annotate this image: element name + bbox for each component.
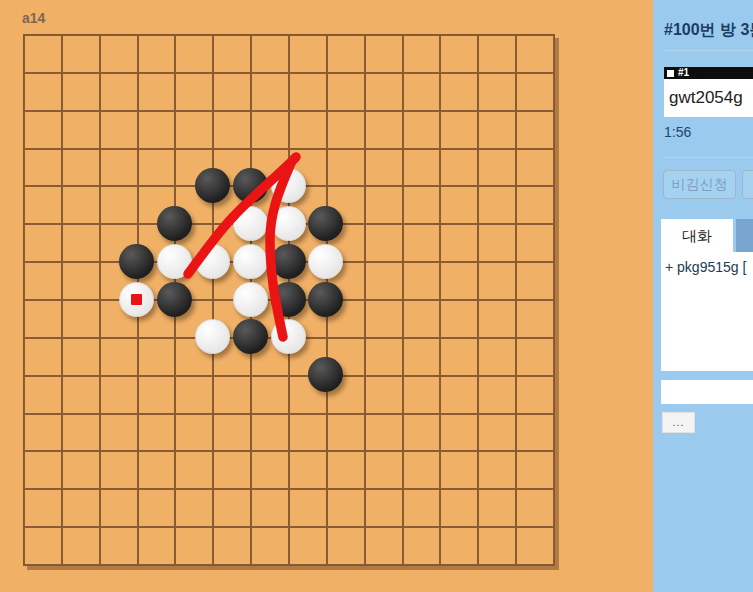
board-cell[interactable] bbox=[478, 111, 516, 149]
board-cell[interactable] bbox=[365, 149, 403, 187]
board-cell[interactable] bbox=[327, 73, 365, 111]
board-cell[interactable] bbox=[478, 149, 516, 187]
board-cell[interactable] bbox=[213, 489, 251, 527]
divider bbox=[664, 50, 753, 51]
board-cell[interactable] bbox=[516, 111, 554, 149]
board-cell[interactable] bbox=[516, 262, 554, 300]
board-cell[interactable] bbox=[327, 149, 365, 187]
board-cell[interactable] bbox=[138, 451, 176, 489]
board-cell[interactable] bbox=[440, 451, 478, 489]
board-cell[interactable] bbox=[478, 527, 516, 565]
board-cell[interactable] bbox=[24, 338, 62, 376]
board-cell[interactable] bbox=[365, 224, 403, 262]
board-cell[interactable] bbox=[440, 338, 478, 376]
board-cell[interactable] bbox=[100, 376, 138, 414]
board-cell[interactable] bbox=[365, 489, 403, 527]
board-cell[interactable] bbox=[289, 451, 327, 489]
stone-color-icon bbox=[667, 70, 674, 77]
board-cell[interactable] bbox=[100, 300, 138, 338]
chat-message-panel[interactable]: + pkg9515g [ bbox=[661, 252, 753, 371]
board-cell[interactable] bbox=[251, 414, 289, 452]
board-cell[interactable] bbox=[100, 186, 138, 224]
board-cell[interactable] bbox=[175, 186, 213, 224]
board-cell[interactable] bbox=[138, 414, 176, 452]
board-cell[interactable] bbox=[403, 262, 441, 300]
board-cell[interactable] bbox=[251, 300, 289, 338]
board-cell[interactable] bbox=[327, 35, 365, 73]
board-cell[interactable] bbox=[365, 262, 403, 300]
board-cell[interactable] bbox=[403, 527, 441, 565]
board-cell[interactable] bbox=[62, 338, 100, 376]
board-cell[interactable] bbox=[213, 111, 251, 149]
board-cell[interactable] bbox=[478, 73, 516, 111]
more-options-button[interactable]: ... bbox=[662, 412, 695, 433]
board-cell[interactable] bbox=[251, 111, 289, 149]
board-cell[interactable] bbox=[138, 376, 176, 414]
room-title: #100번 방 3분 bbox=[664, 20, 753, 41]
board-cell[interactable] bbox=[440, 489, 478, 527]
board-cell[interactable] bbox=[440, 149, 478, 187]
board-cell[interactable] bbox=[62, 111, 100, 149]
board-cell[interactable] bbox=[516, 489, 554, 527]
board-cell[interactable] bbox=[403, 35, 441, 73]
board-cell[interactable] bbox=[403, 224, 441, 262]
board-cell[interactable] bbox=[100, 262, 138, 300]
board-cell[interactable] bbox=[289, 414, 327, 452]
board-cell[interactable] bbox=[24, 300, 62, 338]
board-cell[interactable] bbox=[100, 35, 138, 73]
board-cell[interactable] bbox=[327, 111, 365, 149]
board-cell[interactable] bbox=[289, 149, 327, 187]
board-cell[interactable] bbox=[138, 300, 176, 338]
board-cell[interactable] bbox=[365, 35, 403, 73]
board-cell[interactable] bbox=[478, 489, 516, 527]
board-cell[interactable] bbox=[365, 338, 403, 376]
board-cell[interactable] bbox=[516, 451, 554, 489]
board-cell[interactable] bbox=[440, 376, 478, 414]
board-cell[interactable] bbox=[478, 262, 516, 300]
board-cell[interactable] bbox=[327, 300, 365, 338]
board-cell[interactable] bbox=[289, 300, 327, 338]
board-cell[interactable] bbox=[289, 489, 327, 527]
board-cell[interactable] bbox=[175, 35, 213, 73]
board-cell[interactable] bbox=[327, 376, 365, 414]
board-cell[interactable] bbox=[213, 73, 251, 111]
board-cell[interactable] bbox=[289, 527, 327, 565]
board-cell[interactable] bbox=[175, 376, 213, 414]
board-cell[interactable] bbox=[251, 35, 289, 73]
board-cell[interactable] bbox=[175, 262, 213, 300]
board-cell[interactable] bbox=[24, 149, 62, 187]
board-cell[interactable] bbox=[327, 186, 365, 224]
board-cell[interactable] bbox=[403, 300, 441, 338]
board-cell[interactable] bbox=[327, 489, 365, 527]
board-cell[interactable] bbox=[251, 73, 289, 111]
board-cell[interactable] bbox=[138, 186, 176, 224]
board-cell[interactable] bbox=[403, 414, 441, 452]
board-cell[interactable] bbox=[138, 111, 176, 149]
board-cell[interactable] bbox=[365, 186, 403, 224]
board-cell[interactable] bbox=[365, 414, 403, 452]
board-cell[interactable] bbox=[100, 451, 138, 489]
board-cell[interactable] bbox=[440, 300, 478, 338]
board-cell[interactable] bbox=[365, 111, 403, 149]
board-cell[interactable] bbox=[403, 338, 441, 376]
board-cell[interactable] bbox=[138, 224, 176, 262]
tab-second-clipped[interactable] bbox=[736, 219, 753, 252]
seat-number: #1 bbox=[678, 68, 689, 78]
player-name: gwt2054g bbox=[664, 88, 743, 108]
board-cell[interactable] bbox=[440, 414, 478, 452]
board-cell[interactable] bbox=[175, 451, 213, 489]
board-cell[interactable] bbox=[62, 262, 100, 300]
board-cell[interactable] bbox=[24, 262, 62, 300]
board-cell[interactable] bbox=[289, 186, 327, 224]
board-cell[interactable] bbox=[213, 35, 251, 73]
board-cell[interactable] bbox=[478, 414, 516, 452]
board-cell[interactable] bbox=[175, 527, 213, 565]
board-cell[interactable] bbox=[62, 300, 100, 338]
board-cell[interactable] bbox=[516, 376, 554, 414]
board-cell[interactable] bbox=[175, 73, 213, 111]
board-cell[interactable] bbox=[24, 451, 62, 489]
board-cell[interactable] bbox=[100, 338, 138, 376]
board-cell[interactable] bbox=[100, 73, 138, 111]
board-cell[interactable] bbox=[62, 186, 100, 224]
board-cell[interactable] bbox=[403, 73, 441, 111]
board-cell[interactable] bbox=[327, 527, 365, 565]
board-cell[interactable] bbox=[251, 376, 289, 414]
board-cell[interactable] bbox=[24, 527, 62, 565]
board-cell[interactable] bbox=[62, 489, 100, 527]
board-cell[interactable] bbox=[365, 300, 403, 338]
board-cell[interactable] bbox=[289, 224, 327, 262]
board-cell[interactable] bbox=[365, 527, 403, 565]
board-cell[interactable] bbox=[440, 224, 478, 262]
board-cell[interactable] bbox=[403, 111, 441, 149]
draw-offer-button[interactable]: 비김신청 bbox=[663, 170, 736, 199]
board-cell[interactable] bbox=[175, 111, 213, 149]
board-cell[interactable] bbox=[440, 111, 478, 149]
board-cell[interactable] bbox=[516, 149, 554, 187]
board-cell[interactable] bbox=[251, 489, 289, 527]
second-action-button-clipped[interactable] bbox=[742, 170, 753, 199]
board-cell[interactable] bbox=[62, 73, 100, 111]
board-cell[interactable] bbox=[175, 489, 213, 527]
board-cell[interactable] bbox=[213, 224, 251, 262]
board-cell[interactable] bbox=[327, 262, 365, 300]
board-cell[interactable] bbox=[478, 35, 516, 73]
divider bbox=[664, 157, 753, 158]
board-cell[interactable] bbox=[100, 414, 138, 452]
board-cell[interactable] bbox=[365, 73, 403, 111]
board-cell[interactable] bbox=[289, 262, 327, 300]
board-cell[interactable] bbox=[516, 300, 554, 338]
board-cell[interactable] bbox=[175, 300, 213, 338]
game-sidebar: #100번 방 3분 #1 gwt2054g 1:56 비김신청 대화 + pk… bbox=[653, 0, 753, 592]
board-cell[interactable] bbox=[138, 489, 176, 527]
board-cell[interactable] bbox=[516, 73, 554, 111]
board-cell[interactable] bbox=[289, 376, 327, 414]
board-cell[interactable] bbox=[251, 451, 289, 489]
board-cell[interactable] bbox=[213, 376, 251, 414]
board-cell[interactable] bbox=[24, 489, 62, 527]
board-cell[interactable] bbox=[213, 414, 251, 452]
board-cell[interactable] bbox=[251, 527, 289, 565]
board-cell[interactable] bbox=[516, 527, 554, 565]
board-cell[interactable] bbox=[440, 262, 478, 300]
board-cell[interactable] bbox=[138, 35, 176, 73]
board-cell[interactable] bbox=[289, 338, 327, 376]
chat-message: + pkg9515g [ bbox=[661, 252, 753, 275]
board-cell[interactable] bbox=[24, 224, 62, 262]
player-name-box: gwt2054g bbox=[664, 79, 753, 117]
board-cell[interactable] bbox=[478, 224, 516, 262]
board-cell[interactable] bbox=[478, 186, 516, 224]
board-cell[interactable] bbox=[327, 414, 365, 452]
board-cell[interactable] bbox=[138, 73, 176, 111]
board-cell[interactable] bbox=[327, 224, 365, 262]
player-seat-bar: #1 bbox=[664, 67, 753, 79]
board-cell[interactable] bbox=[175, 414, 213, 452]
board-cell[interactable] bbox=[24, 414, 62, 452]
board-cell[interactable] bbox=[62, 149, 100, 187]
board-cell[interactable] bbox=[138, 338, 176, 376]
board-cell[interactable] bbox=[62, 35, 100, 73]
player-clock: 1:56 bbox=[664, 124, 691, 140]
board-cell[interactable] bbox=[62, 527, 100, 565]
board-cell[interactable] bbox=[62, 451, 100, 489]
board-cell[interactable] bbox=[213, 338, 251, 376]
board-cell[interactable] bbox=[138, 262, 176, 300]
board-cell[interactable] bbox=[516, 338, 554, 376]
omok-board[interactable] bbox=[23, 34, 555, 566]
board-cell[interactable] bbox=[440, 73, 478, 111]
board-cell[interactable] bbox=[516, 35, 554, 73]
omok-app-window: a14 #100번 방 3분 #1 gwt2054g 1:56 비김신청 대화 … bbox=[0, 0, 753, 592]
board-cell[interactable] bbox=[100, 527, 138, 565]
board-cell[interactable] bbox=[24, 35, 62, 73]
tab-chat[interactable]: 대화 bbox=[661, 219, 733, 252]
board-cell[interactable] bbox=[251, 224, 289, 262]
board-cell[interactable] bbox=[24, 111, 62, 149]
board-cell[interactable] bbox=[213, 300, 251, 338]
board-cell[interactable] bbox=[175, 338, 213, 376]
board-coordinate-label: a14 bbox=[22, 10, 45, 26]
board-cell[interactable] bbox=[62, 224, 100, 262]
board-cell[interactable] bbox=[100, 149, 138, 187]
board-cell[interactable] bbox=[175, 224, 213, 262]
board-cell[interactable] bbox=[62, 414, 100, 452]
board-cell[interactable] bbox=[478, 300, 516, 338]
board-cell[interactable] bbox=[100, 489, 138, 527]
board-cell[interactable] bbox=[24, 376, 62, 414]
board-cell[interactable] bbox=[403, 451, 441, 489]
board-cell[interactable] bbox=[213, 262, 251, 300]
board-cell[interactable] bbox=[175, 149, 213, 187]
board-cell[interactable] bbox=[62, 376, 100, 414]
board-cell[interactable] bbox=[213, 451, 251, 489]
board-cell[interactable] bbox=[24, 73, 62, 111]
board-cell[interactable] bbox=[138, 527, 176, 565]
board-cell[interactable] bbox=[251, 186, 289, 224]
board-cell[interactable] bbox=[213, 527, 251, 565]
board-cell[interactable] bbox=[327, 451, 365, 489]
board-cell[interactable] bbox=[213, 186, 251, 224]
board-cell[interactable] bbox=[100, 111, 138, 149]
board-cell[interactable] bbox=[478, 338, 516, 376]
board-cell[interactable] bbox=[403, 149, 441, 187]
board-cell[interactable] bbox=[478, 376, 516, 414]
board-cell[interactable] bbox=[516, 186, 554, 224]
board-cell[interactable] bbox=[251, 262, 289, 300]
board-cell[interactable] bbox=[403, 186, 441, 224]
board-cell[interactable] bbox=[478, 451, 516, 489]
board-cell[interactable] bbox=[138, 149, 176, 187]
board-cell[interactable] bbox=[289, 35, 327, 73]
board-cell[interactable] bbox=[365, 451, 403, 489]
board-cell[interactable] bbox=[289, 73, 327, 111]
board-cell[interactable] bbox=[251, 149, 289, 187]
board-cell[interactable] bbox=[251, 338, 289, 376]
board-cell[interactable] bbox=[516, 224, 554, 262]
board-cell[interactable] bbox=[289, 111, 327, 149]
board-cell[interactable] bbox=[440, 527, 478, 565]
board-cell[interactable] bbox=[365, 376, 403, 414]
board-cell[interactable] bbox=[440, 35, 478, 73]
board-cell[interactable] bbox=[24, 186, 62, 224]
board-cell[interactable] bbox=[327, 338, 365, 376]
board-cell[interactable] bbox=[403, 489, 441, 527]
board-cell[interactable] bbox=[403, 376, 441, 414]
board-cell[interactable] bbox=[100, 224, 138, 262]
chat-input[interactable] bbox=[661, 380, 753, 404]
board-cell[interactable] bbox=[516, 414, 554, 452]
board-cell[interactable] bbox=[440, 186, 478, 224]
board-cell[interactable] bbox=[213, 149, 251, 187]
